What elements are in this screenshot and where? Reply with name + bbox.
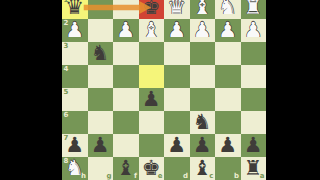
piece-black-pawn-a7[interactable]: ♟	[244, 135, 263, 156]
file-label-d: d	[183, 173, 188, 180]
square-a2[interactable]: ♟	[241, 19, 267, 42]
square-g3[interactable]: ♞	[88, 42, 114, 65]
square-d5[interactable]	[164, 88, 190, 111]
square-d2[interactable]: ♟	[164, 19, 190, 42]
piece-black-king-e8[interactable]: ♚	[142, 158, 161, 179]
piece-white-rook-a1[interactable]: ♜	[244, 0, 263, 18]
square-e3[interactable]	[139, 42, 165, 65]
piece-black-pawn-b7[interactable]: ♟	[218, 135, 237, 156]
square-a5[interactable]	[241, 88, 267, 111]
letterbox-left	[0, 0, 62, 180]
piece-black-pawn-g7[interactable]: ♟	[91, 135, 110, 156]
piece-white-knight-b1[interactable]: ♞	[218, 0, 237, 18]
square-h1[interactable]: 1♛	[62, 0, 88, 19]
square-e4[interactable]	[139, 65, 165, 88]
square-e5[interactable]: ♟	[139, 88, 165, 111]
square-f3[interactable]	[113, 42, 139, 65]
square-h6[interactable]: 6	[62, 111, 88, 134]
square-a6[interactable]	[241, 111, 267, 134]
piece-black-pawn-e5[interactable]: ♟	[142, 89, 161, 110]
piece-black-bishop-c8[interactable]: ♝	[193, 158, 212, 179]
square-b8[interactable]: b	[215, 157, 241, 180]
rank-label-5: 5	[64, 89, 69, 96]
square-b6[interactable]	[215, 111, 241, 134]
square-f4[interactable]	[113, 65, 139, 88]
square-c4[interactable]	[190, 65, 216, 88]
square-g1[interactable]	[88, 0, 114, 19]
piece-white-pawn-f2[interactable]: ♟	[116, 20, 135, 41]
square-a1[interactable]: ♜	[241, 0, 267, 19]
square-d8[interactable]: d	[164, 157, 190, 180]
piece-white-pawn-h2[interactable]: ♟	[65, 20, 84, 41]
piece-black-queen-h1[interactable]: ♛	[65, 0, 84, 18]
piece-white-pawn-b2[interactable]: ♟	[218, 20, 237, 41]
square-f5[interactable]	[113, 88, 139, 111]
square-h5[interactable]: 5	[62, 88, 88, 111]
piece-white-pawn-d2[interactable]: ♟	[167, 20, 186, 41]
piece-black-pawn-c7[interactable]: ♟	[193, 135, 212, 156]
square-e7[interactable]	[139, 134, 165, 157]
piece-black-pawn-h7[interactable]: ♟	[65, 135, 84, 156]
piece-white-pawn-c2[interactable]: ♟	[193, 20, 212, 41]
file-label-g: g	[106, 173, 111, 180]
square-h3[interactable]: 3	[62, 42, 88, 65]
square-h2[interactable]: 2♟	[62, 19, 88, 42]
square-f8[interactable]: f♝	[113, 157, 139, 180]
piece-black-bishop-f8[interactable]: ♝	[116, 158, 135, 179]
square-a8[interactable]: a♜	[241, 157, 267, 180]
rank-label-6: 6	[64, 112, 69, 119]
square-e1[interactable]: ♚	[139, 0, 165, 19]
square-b4[interactable]	[215, 65, 241, 88]
square-b2[interactable]: ♟	[215, 19, 241, 42]
piece-white-queen-d1[interactable]: ♛	[167, 0, 186, 18]
piece-white-bishop-e2[interactable]: ♝	[142, 20, 161, 41]
square-c5[interactable]	[190, 88, 216, 111]
square-g6[interactable]	[88, 111, 114, 134]
letterbox-right	[266, 0, 320, 180]
square-g2[interactable]	[88, 19, 114, 42]
square-a4[interactable]	[241, 65, 267, 88]
square-d7[interactable]: ♟	[164, 134, 190, 157]
square-g7[interactable]: ♟	[88, 134, 114, 157]
square-h4[interactable]: 4	[62, 65, 88, 88]
chess-board: 1♛♚♛♝♞♜2♟♟♝♟♟♟♟3♞45♟6♞7♟♟♟♟♟♟8h♞gf♝e♚dc♝…	[62, 0, 266, 180]
square-f1[interactable]	[113, 0, 139, 19]
square-b3[interactable]	[215, 42, 241, 65]
piece-black-rook-a8[interactable]: ♜	[244, 158, 263, 179]
file-label-b: b	[234, 173, 239, 180]
square-b5[interactable]	[215, 88, 241, 111]
rank-label-4: 4	[64, 66, 69, 73]
rank-label-3: 3	[64, 43, 69, 50]
piece-white-pawn-a2[interactable]: ♟	[244, 20, 263, 41]
square-e8[interactable]: e♚	[139, 157, 165, 180]
square-d6[interactable]	[164, 111, 190, 134]
square-f6[interactable]	[113, 111, 139, 134]
piece-white-king-e1[interactable]: ♚	[142, 0, 161, 18]
square-c1[interactable]: ♝	[190, 0, 216, 19]
piece-black-knight-c6[interactable]: ♞	[193, 112, 212, 133]
square-c6[interactable]: ♞	[190, 111, 216, 134]
square-c7[interactable]: ♟	[190, 134, 216, 157]
square-e2[interactable]: ♝	[139, 19, 165, 42]
square-b7[interactable]: ♟	[215, 134, 241, 157]
square-c2[interactable]: ♟	[190, 19, 216, 42]
square-c3[interactable]	[190, 42, 216, 65]
square-g5[interactable]	[88, 88, 114, 111]
square-d3[interactable]	[164, 42, 190, 65]
piece-black-knight-g3[interactable]: ♞	[91, 43, 110, 64]
square-h7[interactable]: 7♟	[62, 134, 88, 157]
square-h8[interactable]: 8h♞	[62, 157, 88, 180]
square-d1[interactable]: ♛	[164, 0, 190, 19]
square-a7[interactable]: ♟	[241, 134, 267, 157]
square-g8[interactable]: g	[88, 157, 114, 180]
square-g4[interactable]	[88, 65, 114, 88]
square-e6[interactable]	[139, 111, 165, 134]
piece-white-knight-h8[interactable]: ♞	[65, 158, 84, 179]
piece-white-bishop-c1[interactable]: ♝	[193, 0, 212, 18]
square-b1[interactable]: ♞	[215, 0, 241, 19]
piece-black-pawn-d7[interactable]: ♟	[167, 135, 186, 156]
video-frame: 1♛♚♛♝♞♜2♟♟♝♟♟♟♟3♞45♟6♞7♟♟♟♟♟♟8h♞gf♝e♚dc♝…	[0, 0, 320, 180]
square-c8[interactable]: c♝	[190, 157, 216, 180]
square-d4[interactable]	[164, 65, 190, 88]
square-f7[interactable]	[113, 134, 139, 157]
square-f2[interactable]: ♟	[113, 19, 139, 42]
square-a3[interactable]	[241, 42, 267, 65]
